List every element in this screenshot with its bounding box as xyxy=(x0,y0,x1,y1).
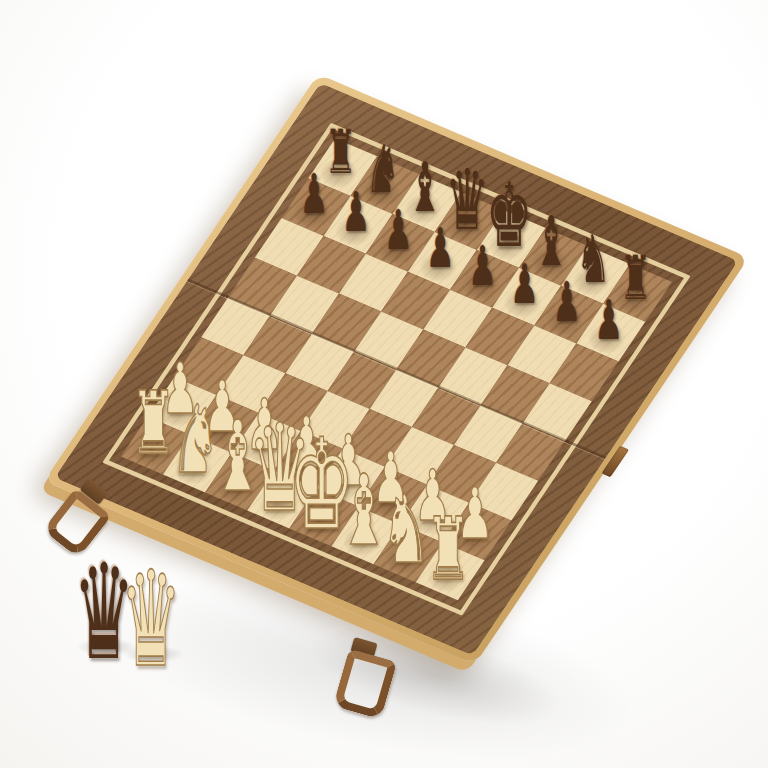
product-photo-scene: ♜♞♝♛♚♝♞♜♟♟♟♟♟♟♟♟♟♟♟♟♟♟♟♟♜♞♝♛♚♝♞♜ ♛ ♛ xyxy=(0,0,768,768)
square-h1: ♜ xyxy=(416,542,485,600)
clasp-bottom-d-ring xyxy=(333,648,398,719)
black-pawn-icon: ♟ xyxy=(549,293,668,348)
white-rook-icon: ♜ xyxy=(389,507,508,593)
clasp-bottom xyxy=(340,642,390,714)
white-queen-icon: ♛ xyxy=(99,553,203,685)
